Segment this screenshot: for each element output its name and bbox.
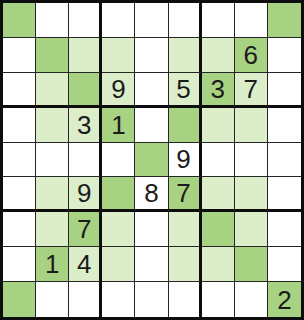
cell-r4c7[interactable] [202,108,235,143]
cell-r3c7[interactable]: 3 [202,73,235,108]
cell-r2c1[interactable] [3,38,36,73]
cell-r6c3[interactable]: 9 [69,177,102,212]
cell-r4c5[interactable] [135,108,168,143]
cell-r5c7[interactable] [202,143,235,178]
cell-r3c1[interactable] [3,73,36,108]
cell-r6c5[interactable]: 8 [135,177,168,212]
cell-r4c8[interactable] [235,108,268,143]
cell-r1c4[interactable] [102,3,135,38]
cell-r8c3[interactable]: 4 [69,247,102,282]
cell-r2c8[interactable]: 6 [235,38,268,73]
cell-r4c9[interactable] [268,108,301,143]
cell-r8c7[interactable] [202,247,235,282]
sudoku-board: 695373199877142 [0,0,304,320]
cell-r9c7[interactable] [202,282,235,317]
cell-r4c1[interactable] [3,108,36,143]
cell-r2c9[interactable] [268,38,301,73]
cell-r8c4[interactable] [102,247,135,282]
cell-r8c9[interactable] [268,247,301,282]
cell-r6c2[interactable] [36,177,69,212]
cell-r3c4[interactable]: 9 [102,73,135,108]
cell-r9c3[interactable] [69,282,102,317]
cell-r2c3[interactable] [69,38,102,73]
cell-r5c4[interactable] [102,143,135,178]
cell-r4c2[interactable] [36,108,69,143]
cell-r2c4[interactable] [102,38,135,73]
cell-r1c1[interactable] [3,3,36,38]
cell-r7c9[interactable] [268,212,301,247]
cell-r8c6[interactable] [169,247,202,282]
cell-r2c6[interactable] [169,38,202,73]
cell-r6c9[interactable] [268,177,301,212]
cell-r7c4[interactable] [102,212,135,247]
cell-r1c8[interactable] [235,3,268,38]
cell-r7c5[interactable] [135,212,168,247]
cell-r7c1[interactable] [3,212,36,247]
cell-r9c9[interactable]: 2 [268,282,301,317]
cell-r1c5[interactable] [135,3,168,38]
cell-r1c9[interactable] [268,3,301,38]
cell-r5c9[interactable] [268,143,301,178]
cell-r6c8[interactable] [235,177,268,212]
cell-r9c5[interactable] [135,282,168,317]
cell-r7c2[interactable] [36,212,69,247]
cell-r4c6[interactable] [169,108,202,143]
cell-r7c6[interactable] [169,212,202,247]
cell-r9c6[interactable] [169,282,202,317]
cell-r6c7[interactable] [202,177,235,212]
cell-r3c8[interactable]: 7 [235,73,268,108]
cell-r7c8[interactable] [235,212,268,247]
cell-r8c1[interactable] [3,247,36,282]
cell-r6c4[interactable] [102,177,135,212]
sudoku-grid: 695373199877142 [0,0,304,320]
cell-r8c8[interactable] [235,247,268,282]
cell-r7c7[interactable] [202,212,235,247]
cell-r5c2[interactable] [36,143,69,178]
cell-r8c5[interactable] [135,247,168,282]
cell-r3c3[interactable] [69,73,102,108]
cell-r5c8[interactable] [235,143,268,178]
cell-r7c3[interactable]: 7 [69,212,102,247]
cell-r5c5[interactable] [135,143,168,178]
cell-r9c8[interactable] [235,282,268,317]
cell-r2c2[interactable] [36,38,69,73]
cell-r3c9[interactable] [268,73,301,108]
cell-r3c2[interactable] [36,73,69,108]
cell-r1c3[interactable] [69,3,102,38]
cell-r9c2[interactable] [36,282,69,317]
cell-r5c3[interactable] [69,143,102,178]
cell-r1c2[interactable] [36,3,69,38]
cell-r9c1[interactable] [3,282,36,317]
cell-r9c4[interactable] [102,282,135,317]
cell-r1c7[interactable] [202,3,235,38]
cell-r5c1[interactable] [3,143,36,178]
cell-r2c7[interactable] [202,38,235,73]
cell-r3c5[interactable] [135,73,168,108]
cell-r4c3[interactable]: 3 [69,108,102,143]
cell-r1c6[interactable] [169,3,202,38]
cell-r5c6[interactable]: 9 [169,143,202,178]
cell-r6c1[interactable] [3,177,36,212]
cell-r2c5[interactable] [135,38,168,73]
cell-r6c6[interactable]: 7 [169,177,202,212]
cell-r8c2[interactable]: 1 [36,247,69,282]
cell-r3c6[interactable]: 5 [169,73,202,108]
cell-r4c4[interactable]: 1 [102,108,135,143]
